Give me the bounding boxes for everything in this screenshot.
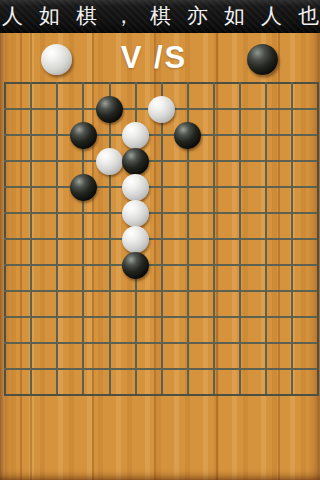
grid-line-vertical [239, 82, 241, 396]
grid-line-horizontal [4, 290, 319, 292]
stone-white [96, 148, 123, 175]
grid-line-horizontal [4, 316, 319, 318]
grid-line-horizontal [4, 394, 319, 396]
stone-white [122, 174, 149, 201]
stone-black [70, 122, 97, 149]
ticker-text: 人如棋，棋亦如人也 [0, 0, 320, 32]
grid-line-vertical [291, 82, 293, 396]
stone-black [70, 174, 97, 201]
grid-line-vertical [317, 82, 319, 396]
vs-header: V /S [0, 33, 320, 83]
grid-line-horizontal [4, 342, 319, 344]
ticker-bar: 人如棋，棋亦如人也 [0, 0, 320, 33]
stone-white [148, 96, 175, 123]
grid-line-horizontal [4, 368, 319, 370]
stone-black [174, 122, 201, 149]
black-player-stone-icon [247, 44, 278, 75]
stone-black [122, 252, 149, 279]
stone-white [122, 122, 149, 149]
stone-white [122, 226, 149, 253]
stone-black [96, 96, 123, 123]
grid-line-horizontal [4, 238, 319, 240]
stone-black [122, 148, 149, 175]
stone-white [122, 200, 149, 227]
app-screen: 人如棋，棋亦如人也 V /S [0, 0, 320, 480]
grid-line-horizontal [4, 264, 319, 266]
grid-line-vertical [265, 82, 267, 396]
grid-line-vertical [213, 82, 215, 396]
